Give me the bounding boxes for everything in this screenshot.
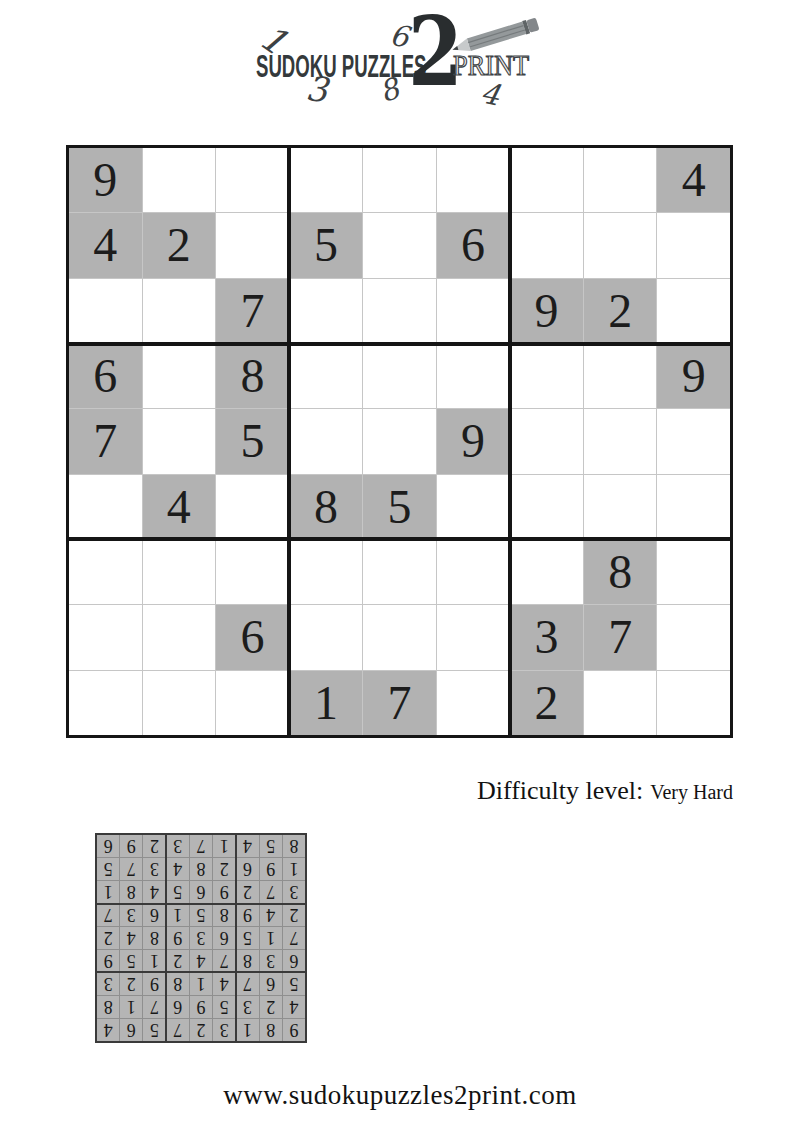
solution-cell-r8c5: 8	[190, 858, 212, 880]
solution-cell-r9c2: 5	[260, 835, 282, 857]
cell-r8c6[interactable]	[437, 605, 510, 669]
cell-r1c7[interactable]	[510, 148, 583, 212]
solution-cell-r4c7: 1	[143, 950, 165, 972]
solution-cell-r5c7: 8	[143, 927, 165, 949]
cell-r8c2[interactable]	[143, 605, 216, 669]
solution-cell-r6c3: 9	[236, 904, 258, 926]
solution-cell-r7c4: 9	[213, 881, 235, 903]
logo-brand-print-text: PRINT	[453, 50, 529, 81]
solution-cell-r7c3: 2	[236, 881, 258, 903]
solution-cell-r7c7: 4	[143, 881, 165, 903]
cell-r7c4[interactable]	[290, 540, 363, 604]
cell-r6c5: 5	[363, 475, 436, 539]
solution-cell-r2c3: 3	[236, 996, 258, 1018]
solution-cell-r7c2: 7	[260, 881, 282, 903]
solution-cell-r5c3: 5	[236, 927, 258, 949]
solution-cell-r9c6: 3	[167, 835, 189, 857]
solution-cell-r6c2: 4	[260, 904, 282, 926]
cell-r6c1[interactable]	[69, 475, 142, 539]
difficulty-value: Very Hard	[650, 781, 733, 804]
solution-cell-r3c8: 2	[120, 973, 142, 995]
solution-cell-r7c8: 8	[120, 881, 142, 903]
cell-r1c2[interactable]	[143, 148, 216, 212]
cell-r7c9[interactable]	[657, 540, 730, 604]
cell-r7c2[interactable]	[143, 540, 216, 604]
solution-cell-r2c5: 9	[190, 996, 212, 1018]
cell-r2c1: 4	[69, 213, 142, 277]
solution-cell-r9c7: 2	[143, 835, 165, 857]
cell-r1c1: 9	[69, 148, 142, 212]
solution-box-line-vertical-1	[235, 835, 237, 1041]
solution-cell-r1c1: 9	[283, 1019, 305, 1041]
solution-cell-r4c8: 5	[120, 950, 142, 972]
solution-cell-r9c8: 9	[120, 835, 142, 857]
solution-cell-r6c7: 6	[143, 904, 165, 926]
cell-r1c8[interactable]	[584, 148, 657, 212]
cell-r4c8[interactable]	[584, 344, 657, 408]
solution-cell-r7c5: 6	[190, 881, 212, 903]
cell-r8c1[interactable]	[69, 605, 142, 669]
solution-cell-r8c1: 1	[283, 858, 305, 880]
cell-r6c2: 4	[143, 475, 216, 539]
solution-cell-r7c9: 1	[97, 881, 119, 903]
cell-r5c1: 7	[69, 409, 142, 473]
cell-r8c3: 6	[216, 605, 289, 669]
cell-r8c7: 3	[510, 605, 583, 669]
solution-cell-r1c3: 1	[236, 1019, 258, 1041]
solution-cell-r3c1: 5	[283, 973, 305, 995]
box-line-horizontal-2	[68, 537, 731, 541]
cell-r8c8: 7	[584, 605, 657, 669]
cell-r7c1[interactable]	[69, 540, 142, 604]
solution-cell-r8c3: 6	[236, 858, 258, 880]
solution-cell-r6c1: 2	[283, 904, 305, 926]
cell-r5c9[interactable]	[657, 409, 730, 473]
solution-cell-r6c5: 5	[190, 904, 212, 926]
solution-cell-r2c1: 4	[283, 996, 305, 1018]
puzzle-grid-cells: 9442567926897594858637172	[69, 148, 730, 735]
solution-cell-r3c6: 8	[167, 973, 189, 995]
solution-cell-r4c3: 8	[236, 950, 258, 972]
cell-r2c3[interactable]	[216, 213, 289, 277]
cell-r2c9[interactable]	[657, 213, 730, 277]
difficulty-label: Difficulty level:	[477, 776, 643, 806]
cell-r8c5[interactable]	[363, 605, 436, 669]
solution-cell-r4c4: 7	[213, 950, 235, 972]
solution-cell-r8c2: 9	[260, 858, 282, 880]
cell-r4c1: 6	[69, 344, 142, 408]
cell-r1c6[interactable]	[437, 148, 510, 212]
solution-cell-r8c4: 2	[213, 858, 235, 880]
box-line-vertical-1	[287, 147, 291, 736]
solution-cell-r1c2: 8	[260, 1019, 282, 1041]
cell-r7c3[interactable]	[216, 540, 289, 604]
cell-r7c6[interactable]	[437, 540, 510, 604]
solution-cell-r1c6: 7	[167, 1019, 189, 1041]
cell-r9c5: 7	[363, 671, 436, 735]
logo: 1 3 6 8 4 SUDOKU PUZZLES 2 PRINT	[0, 0, 800, 130]
solution-cell-r8c8: 7	[120, 858, 142, 880]
cell-r3c5[interactable]	[363, 279, 436, 343]
cell-r6c8[interactable]	[584, 475, 657, 539]
solution-cell-r1c7: 5	[143, 1019, 165, 1041]
solution-cell-r5c6: 9	[167, 927, 189, 949]
cell-r4c2[interactable]	[143, 344, 216, 408]
cell-r6c4: 8	[290, 475, 363, 539]
footer-url: www.sudokupuzzles2print.com	[0, 1080, 800, 1111]
cell-r8c4[interactable]	[290, 605, 363, 669]
cell-r3c3: 7	[216, 279, 289, 343]
cell-r5c2[interactable]	[143, 409, 216, 473]
solution-cell-r7c1: 3	[283, 881, 305, 903]
cell-r6c6[interactable]	[437, 475, 510, 539]
cell-r4c3: 8	[216, 344, 289, 408]
solution-box-line-vertical-2	[165, 835, 167, 1041]
cell-r5c8[interactable]	[584, 409, 657, 473]
cell-r5c7[interactable]	[510, 409, 583, 473]
cell-r9c1[interactable]	[69, 671, 142, 735]
solution-grid-cells: 9813275644235967185674189236387421597156…	[97, 835, 305, 1041]
cell-r3c6[interactable]	[437, 279, 510, 343]
solution-grid: 9813275644235967185674189236387421597156…	[95, 833, 307, 1043]
cell-r9c7: 2	[510, 671, 583, 735]
cell-r3c8: 2	[584, 279, 657, 343]
cell-r2c5[interactable]	[363, 213, 436, 277]
solution-cell-r4c6: 2	[167, 950, 189, 972]
solution-cell-r4c1: 6	[283, 950, 305, 972]
solution-cell-r6c9: 7	[97, 904, 119, 926]
solution-cell-r3c4: 4	[213, 973, 235, 995]
puzzle-grid: 9442567926897594858637172	[66, 145, 733, 738]
cell-r2c2: 2	[143, 213, 216, 277]
solution-cell-r2c4: 5	[213, 996, 235, 1018]
cell-r9c8[interactable]	[584, 671, 657, 735]
solution-cell-r9c1: 8	[283, 835, 305, 857]
cell-r8c9[interactable]	[657, 605, 730, 669]
solution-cell-r5c1: 7	[283, 927, 305, 949]
cell-r4c7[interactable]	[510, 344, 583, 408]
solution-cell-r5c5: 3	[190, 927, 212, 949]
logo-brand-print: PRINT	[450, 50, 534, 82]
solution-cell-r3c5: 1	[190, 973, 212, 995]
solution-cell-r2c6: 6	[167, 996, 189, 1018]
solution-cell-r1c5: 2	[190, 1019, 212, 1041]
difficulty: Difficulty level: Very Hard	[477, 776, 733, 806]
solution-box-line-horizontal-1	[97, 971, 305, 973]
cell-r1c3[interactable]	[216, 148, 289, 212]
cell-r3c7: 9	[510, 279, 583, 343]
cell-r9c4: 1	[290, 671, 363, 735]
cell-r4c5[interactable]	[363, 344, 436, 408]
cell-r1c5[interactable]	[363, 148, 436, 212]
solution-cell-r3c7: 9	[143, 973, 165, 995]
solution-box-line-horizontal-2	[97, 903, 305, 905]
solution-cell-r6c6: 1	[167, 904, 189, 926]
logo-scatter-digit-4: 4	[478, 78, 502, 110]
solution-cell-r5c2: 1	[260, 927, 282, 949]
cell-r2c4: 5	[290, 213, 363, 277]
solution-cell-r5c4: 6	[213, 927, 235, 949]
cell-r5c5[interactable]	[363, 409, 436, 473]
cell-r6c9[interactable]	[657, 475, 730, 539]
solution-cell-r9c4: 1	[213, 835, 235, 857]
cell-r9c9[interactable]	[657, 671, 730, 735]
solution-cell-r9c5: 7	[190, 835, 212, 857]
cell-r9c2[interactable]	[143, 671, 216, 735]
cell-r4c4[interactable]	[290, 344, 363, 408]
solution-cell-r6c4: 8	[213, 904, 235, 926]
solution-cell-r8c6: 4	[167, 858, 189, 880]
solution-cell-r9c9: 6	[97, 835, 119, 857]
solution-cell-r4c2: 3	[260, 950, 282, 972]
cell-r4c6[interactable]	[437, 344, 510, 408]
solution-cell-r2c7: 7	[143, 996, 165, 1018]
solution-cell-r2c9: 8	[97, 996, 119, 1018]
cell-r2c6: 6	[437, 213, 510, 277]
cell-r1c9: 4	[657, 148, 730, 212]
solution-cell-r3c9: 3	[97, 973, 119, 995]
box-line-horizontal-1	[68, 342, 731, 346]
solution-cell-r3c3: 7	[236, 973, 258, 995]
cell-r7c8: 8	[584, 540, 657, 604]
solution-cell-r5c8: 4	[120, 927, 142, 949]
solution-cell-r4c9: 9	[97, 950, 119, 972]
solution-cell-r7c6: 5	[167, 881, 189, 903]
cell-r9c3[interactable]	[216, 671, 289, 735]
solution-cell-r2c8: 1	[120, 996, 142, 1018]
cell-r3c2[interactable]	[143, 279, 216, 343]
cell-r7c7[interactable]	[510, 540, 583, 604]
solution-cell-r8c7: 3	[143, 858, 165, 880]
solution-cell-r9c3: 4	[236, 835, 258, 857]
cell-r3c4[interactable]	[290, 279, 363, 343]
cell-r3c1[interactable]	[69, 279, 142, 343]
solution-cell-r8c9: 5	[97, 858, 119, 880]
solution-cell-r2c2: 2	[260, 996, 282, 1018]
solution-cell-r4c5: 4	[190, 950, 212, 972]
cell-r2c7[interactable]	[510, 213, 583, 277]
solution-cell-r6c8: 3	[120, 904, 142, 926]
solution-cell-r1c4: 3	[213, 1019, 235, 1041]
box-line-vertical-2	[508, 147, 512, 736]
cell-r7c5[interactable]	[363, 540, 436, 604]
cell-r6c7[interactable]	[510, 475, 583, 539]
cell-r9c6[interactable]	[437, 671, 510, 735]
solution-cell-r1c8: 6	[120, 1019, 142, 1041]
cell-r5c6: 9	[437, 409, 510, 473]
cell-r5c3: 5	[216, 409, 289, 473]
logo-brand-text: SUDOKU PUZZLES	[256, 51, 427, 82]
cell-r4c9: 9	[657, 344, 730, 408]
solution-cell-r5c9: 2	[97, 927, 119, 949]
solution-cell-r3c2: 6	[260, 973, 282, 995]
cell-r2c8[interactable]	[584, 213, 657, 277]
cell-r1c4[interactable]	[290, 148, 363, 212]
cell-r6c3[interactable]	[216, 475, 289, 539]
solution-cell-r1c9: 4	[97, 1019, 119, 1041]
cell-r5c4[interactable]	[290, 409, 363, 473]
cell-r3c9[interactable]	[657, 279, 730, 343]
